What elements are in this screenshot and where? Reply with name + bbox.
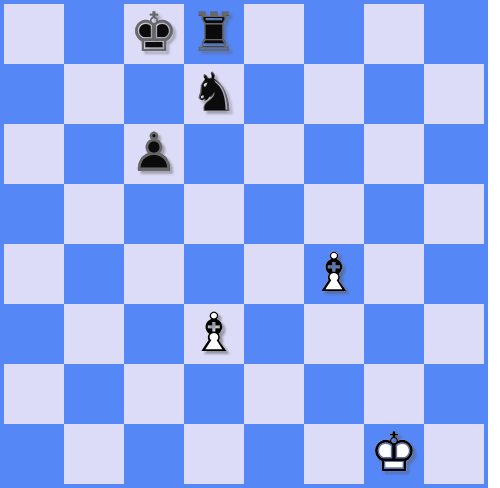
square-f3[interactable] (304, 304, 364, 364)
square-c3[interactable] (124, 304, 184, 364)
square-f8[interactable] (304, 4, 364, 64)
white-bishop[interactable]: ♝♗ (184, 304, 244, 364)
square-f6[interactable] (304, 124, 364, 184)
square-a7[interactable] (4, 64, 64, 124)
square-a8[interactable] (4, 4, 64, 64)
square-d8[interactable]: ♜♖ (184, 4, 244, 64)
square-f5[interactable] (304, 184, 364, 244)
square-h2[interactable] (424, 364, 484, 424)
black-rook-glyph-detail: ♖ (190, 6, 238, 60)
white-bishop-glyph-detail: ♗ (190, 306, 238, 360)
white-king[interactable]: ♚♔ (364, 424, 424, 484)
square-g5[interactable] (364, 184, 424, 244)
square-b5[interactable] (64, 184, 124, 244)
square-g3[interactable] (364, 304, 424, 364)
square-h1[interactable] (424, 424, 484, 484)
square-h4[interactable] (424, 244, 484, 304)
square-d2[interactable] (184, 364, 244, 424)
square-b4[interactable] (64, 244, 124, 304)
black-king[interactable]: ♚♔ (124, 4, 184, 64)
square-a2[interactable] (4, 364, 64, 424)
white-bishop[interactable]: ♝♗ (304, 244, 364, 304)
square-d5[interactable] (184, 184, 244, 244)
square-c2[interactable] (124, 364, 184, 424)
square-e6[interactable] (244, 124, 304, 184)
square-c5[interactable] (124, 184, 184, 244)
square-e4[interactable] (244, 244, 304, 304)
square-d7[interactable]: ♞♘ (184, 64, 244, 124)
square-a6[interactable] (4, 124, 64, 184)
square-b7[interactable] (64, 64, 124, 124)
square-a3[interactable] (4, 304, 64, 364)
square-d3[interactable]: ♝♗ (184, 304, 244, 364)
square-h3[interactable] (424, 304, 484, 364)
black-pawn-glyph-detail: ♙ (130, 126, 178, 180)
square-f2[interactable] (304, 364, 364, 424)
square-h8[interactable] (424, 4, 484, 64)
square-d1[interactable] (184, 424, 244, 484)
white-bishop-glyph-detail: ♗ (310, 246, 358, 300)
square-g1[interactable]: ♚♔ (364, 424, 424, 484)
black-king-glyph-detail: ♔ (130, 6, 178, 60)
square-a5[interactable] (4, 184, 64, 244)
square-g6[interactable] (364, 124, 424, 184)
square-e2[interactable] (244, 364, 304, 424)
square-h7[interactable] (424, 64, 484, 124)
black-pawn[interactable]: ♟♙ (124, 124, 184, 184)
square-a1[interactable] (4, 424, 64, 484)
square-f1[interactable] (304, 424, 364, 484)
chess-board: ♚♔♜♖♞♘♟♙♝♗♝♗♚♔ (0, 0, 488, 488)
square-c6[interactable]: ♟♙ (124, 124, 184, 184)
square-b8[interactable] (64, 4, 124, 64)
square-b3[interactable] (64, 304, 124, 364)
square-e5[interactable] (244, 184, 304, 244)
square-h5[interactable] (424, 184, 484, 244)
square-b1[interactable] (64, 424, 124, 484)
square-f4[interactable]: ♝♗ (304, 244, 364, 304)
white-king-glyph-detail: ♔ (370, 426, 418, 480)
square-d4[interactable] (184, 244, 244, 304)
square-e1[interactable] (244, 424, 304, 484)
black-knight[interactable]: ♞♘ (184, 64, 244, 124)
square-c7[interactable] (124, 64, 184, 124)
square-e7[interactable] (244, 64, 304, 124)
black-rook[interactable]: ♜♖ (184, 4, 244, 64)
square-g4[interactable] (364, 244, 424, 304)
square-b6[interactable] (64, 124, 124, 184)
square-c1[interactable] (124, 424, 184, 484)
screenshot-root: ♚♔♜♖♞♘♟♙♝♗♝♗♚♔ (0, 0, 500, 488)
square-g8[interactable] (364, 4, 424, 64)
square-c8[interactable]: ♚♔ (124, 4, 184, 64)
square-b2[interactable] (64, 364, 124, 424)
black-knight-glyph-detail: ♘ (190, 66, 238, 120)
square-g2[interactable] (364, 364, 424, 424)
square-a4[interactable] (4, 244, 64, 304)
square-e8[interactable] (244, 4, 304, 64)
square-g7[interactable] (364, 64, 424, 124)
square-h6[interactable] (424, 124, 484, 184)
square-c4[interactable] (124, 244, 184, 304)
square-d6[interactable] (184, 124, 244, 184)
square-e3[interactable] (244, 304, 304, 364)
square-f7[interactable] (304, 64, 364, 124)
